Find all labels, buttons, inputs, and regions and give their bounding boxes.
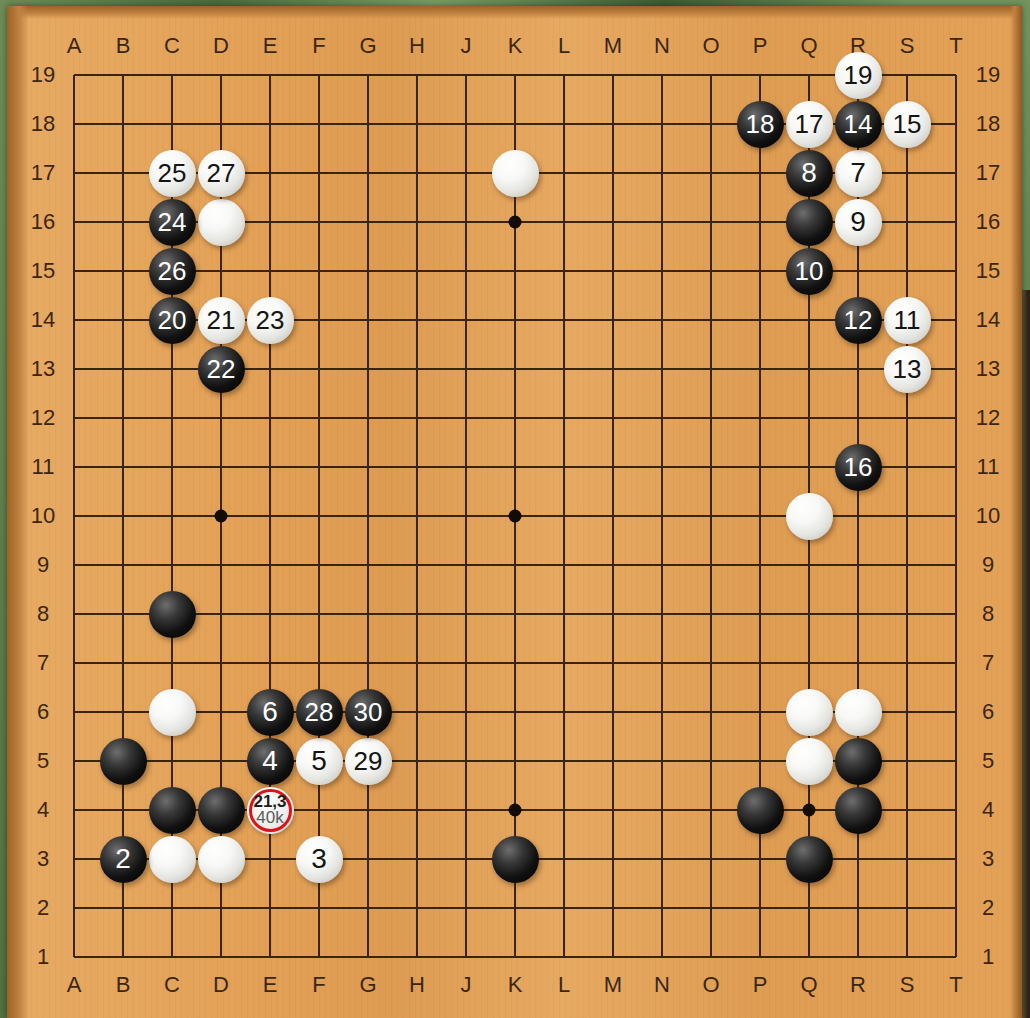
move-number-25: 25 [158, 160, 187, 186]
coord-label-left-5: 5 [37, 748, 49, 774]
stone-white-K17[interactable] [492, 150, 539, 197]
coord-label-left-1: 1 [37, 944, 49, 970]
move-number-23: 23 [256, 307, 285, 333]
stone-black-Q3[interactable] [786, 836, 833, 883]
stone-black-R11[interactable]: 16 [835, 444, 882, 491]
move-number-18: 18 [746, 111, 775, 137]
coord-label-left-3: 3 [37, 846, 49, 872]
stone-black-P4[interactable] [737, 787, 784, 834]
stone-black-C4[interactable] [149, 787, 196, 834]
stone-black-E5[interactable]: 4 [247, 738, 294, 785]
stone-white-F3[interactable]: 3 [296, 836, 343, 883]
move-number-13: 13 [893, 356, 922, 382]
coord-label-left-8: 8 [37, 601, 49, 627]
stone-black-Q15[interactable]: 10 [786, 248, 833, 295]
go-board-screen: AABBCCDDEEFFGGHHJJKKLLMMNNOOPPQQRRSSTT19… [0, 0, 1030, 1018]
stone-white-S13[interactable]: 13 [884, 346, 931, 393]
coord-label-right-9: 9 [982, 552, 994, 578]
ai-suggestion-marker-E4[interactable]: 21,340k [247, 787, 294, 834]
stone-black-C15[interactable]: 26 [149, 248, 196, 295]
stones-grid: 2345678910111213141516171819202122232425… [50, 51, 981, 982]
move-number-21: 21 [207, 307, 236, 333]
coord-label-right-5: 5 [982, 748, 994, 774]
coord-label-left-2: 2 [37, 895, 49, 921]
coord-label-right-6: 6 [982, 699, 994, 725]
stone-white-S18[interactable]: 15 [884, 101, 931, 148]
coord-label-right-8: 8 [982, 601, 994, 627]
stone-black-Q16[interactable] [786, 199, 833, 246]
stone-black-C8[interactable] [149, 591, 196, 638]
stone-black-G6[interactable]: 30 [345, 689, 392, 736]
stone-black-B3[interactable]: 2 [100, 836, 147, 883]
stone-black-F6[interactable]: 28 [296, 689, 343, 736]
move-number-5: 5 [311, 747, 327, 775]
stone-black-C14[interactable]: 20 [149, 297, 196, 344]
move-number-19: 19 [844, 62, 873, 88]
move-number-26: 26 [158, 258, 187, 284]
stone-white-R17[interactable]: 7 [835, 150, 882, 197]
stone-white-C17[interactable]: 25 [149, 150, 196, 197]
stone-black-D4[interactable] [198, 787, 245, 834]
stone-white-D3[interactable] [198, 836, 245, 883]
stone-white-Q18[interactable]: 17 [786, 101, 833, 148]
coord-label-left-6: 6 [37, 699, 49, 725]
coord-label-right-7: 7 [982, 650, 994, 676]
move-number-22: 22 [207, 356, 236, 382]
move-number-2: 2 [115, 845, 131, 873]
move-number-3: 3 [311, 845, 327, 873]
stone-white-E14[interactable]: 23 [247, 297, 294, 344]
move-number-8: 8 [801, 159, 817, 187]
move-number-14: 14 [844, 111, 873, 137]
move-number-6: 6 [262, 698, 278, 726]
move-number-24: 24 [158, 209, 187, 235]
move-number-12: 12 [844, 307, 873, 333]
stone-white-R16[interactable]: 9 [835, 199, 882, 246]
move-number-17: 17 [795, 111, 824, 137]
move-number-29: 29 [354, 748, 383, 774]
stone-black-R4[interactable] [835, 787, 882, 834]
stone-white-D16[interactable] [198, 199, 245, 246]
move-number-7: 7 [850, 159, 866, 187]
stone-white-R6[interactable] [835, 689, 882, 736]
stone-black-B5[interactable] [100, 738, 147, 785]
coord-label-left-4: 4 [37, 797, 49, 823]
coord-label-right-2: 2 [982, 895, 994, 921]
move-number-20: 20 [158, 307, 187, 333]
move-number-10: 10 [795, 258, 824, 284]
stone-black-E6[interactable]: 6 [247, 689, 294, 736]
stone-black-P18[interactable]: 18 [737, 101, 784, 148]
move-number-4: 4 [262, 747, 278, 775]
move-number-15: 15 [893, 111, 922, 137]
stone-black-C16[interactable]: 24 [149, 199, 196, 246]
stone-white-S14[interactable]: 11 [884, 297, 931, 344]
move-number-27: 27 [207, 160, 236, 186]
stone-white-F5[interactable]: 5 [296, 738, 343, 785]
stone-black-Q17[interactable]: 8 [786, 150, 833, 197]
stone-white-Q10[interactable] [786, 493, 833, 540]
stone-black-R14[interactable]: 12 [835, 297, 882, 344]
move-number-30: 30 [354, 699, 383, 725]
stone-white-Q6[interactable] [786, 689, 833, 736]
stone-white-R19[interactable]: 19 [835, 52, 882, 99]
stone-white-C6[interactable] [149, 689, 196, 736]
coord-label-left-7: 7 [37, 650, 49, 676]
coord-label-right-1: 1 [982, 944, 994, 970]
move-number-9: 9 [850, 208, 866, 236]
stone-black-R5[interactable] [835, 738, 882, 785]
stone-black-K3[interactable] [492, 836, 539, 883]
stone-white-D17[interactable]: 27 [198, 150, 245, 197]
coord-label-right-4: 4 [982, 797, 994, 823]
stone-white-Q5[interactable] [786, 738, 833, 785]
stone-white-D14[interactable]: 21 [198, 297, 245, 344]
stone-black-R18[interactable]: 14 [835, 101, 882, 148]
stone-white-C3[interactable] [149, 836, 196, 883]
coord-label-right-3: 3 [982, 846, 994, 872]
move-number-11: 11 [894, 307, 921, 333]
stone-white-G5[interactable]: 29 [345, 738, 392, 785]
marker-visits: 40k [256, 810, 283, 826]
stone-black-D13[interactable]: 22 [198, 346, 245, 393]
move-number-28: 28 [305, 699, 334, 725]
coord-label-left-9: 9 [37, 552, 49, 578]
move-number-16: 16 [844, 454, 873, 480]
